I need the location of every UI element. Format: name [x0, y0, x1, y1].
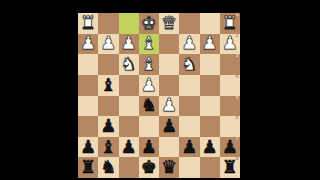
square-f7[interactable]: ♟ — [119, 137, 139, 158]
square-d3[interactable] — [159, 54, 179, 75]
black-pawn[interactable]: ♟ — [181, 138, 197, 156]
square-h3[interactable] — [78, 54, 98, 75]
white-knight[interactable]: ♞ — [181, 55, 197, 73]
square-f1[interactable] — [119, 13, 139, 34]
square-g4[interactable]: ♝ — [98, 75, 118, 96]
rank-label-3: 3 — [236, 54, 239, 58]
white-pawn[interactable]: ♟ — [181, 34, 197, 52]
square-f5[interactable] — [119, 96, 139, 117]
white-pawn[interactable]: ♟ — [161, 96, 177, 114]
white-pawn[interactable]: ♟ — [141, 76, 157, 94]
square-c4[interactable] — [179, 75, 199, 96]
square-c8[interactable] — [179, 157, 199, 178]
square-g7[interactable]: ♝ — [98, 137, 118, 158]
black-king[interactable]: ♚ — [141, 158, 157, 176]
rank-label-8: 8 — [236, 157, 239, 161]
square-c1[interactable] — [179, 13, 199, 34]
square-c2[interactable]: ♟ — [179, 34, 199, 55]
black-queen[interactable]: ♛ — [161, 158, 177, 176]
square-a8[interactable]: ♜8 — [220, 157, 240, 178]
black-pawn[interactable]: ♟ — [100, 117, 116, 135]
chess-board: ♜♚♛♜1♟♟♟♝♟♟♟2♞♝♞3♝♟4♞♟5♟♟6♟♝♟♟♟♟♟7♜♞♚♛♜8 — [78, 13, 240, 178]
black-pawn[interactable]: ♟ — [161, 117, 177, 135]
square-a1[interactable]: ♜1 — [220, 13, 240, 34]
square-d8[interactable]: ♛ — [159, 157, 179, 178]
square-f6[interactable] — [119, 116, 139, 137]
square-h8[interactable]: ♜ — [78, 157, 98, 178]
square-h2[interactable]: ♟ — [78, 34, 98, 55]
black-knight[interactable]: ♞ — [100, 158, 116, 176]
white-bishop[interactable]: ♝ — [141, 34, 157, 52]
square-e6[interactable] — [139, 116, 159, 137]
square-b6[interactable] — [200, 116, 220, 137]
square-a6[interactable]: 6 — [220, 116, 240, 137]
square-e4[interactable]: ♟ — [139, 75, 159, 96]
square-b5[interactable] — [200, 96, 220, 117]
square-d7[interactable] — [159, 137, 179, 158]
video-frame: ♜♚♛♜1♟♟♟♝♟♟♟2♞♝♞3♝♟4♞♟5♟♟6♟♝♟♟♟♟♟7♜♞♚♛♜8 — [0, 0, 320, 180]
square-h1[interactable]: ♜ — [78, 13, 98, 34]
square-d6[interactable]: ♟ — [159, 116, 179, 137]
white-pawn[interactable]: ♟ — [100, 34, 116, 52]
square-g8[interactable]: ♞ — [98, 157, 118, 178]
white-knight[interactable]: ♞ — [121, 55, 137, 73]
white-pawn[interactable]: ♟ — [80, 34, 96, 52]
white-bishop[interactable]: ♝ — [141, 55, 157, 73]
square-f8[interactable] — [119, 157, 139, 178]
square-b2[interactable]: ♟ — [200, 34, 220, 55]
rank-label-7: 7 — [236, 137, 239, 141]
rank-label-4: 4 — [236, 75, 239, 79]
black-bishop[interactable]: ♝ — [100, 138, 116, 156]
rank-label-5: 5 — [236, 96, 239, 100]
square-a7[interactable]: ♟7 — [220, 137, 240, 158]
square-h4[interactable] — [78, 75, 98, 96]
square-g1[interactable] — [98, 13, 118, 34]
square-e5[interactable]: ♞ — [139, 96, 159, 117]
square-c6[interactable] — [179, 116, 199, 137]
square-g5[interactable] — [98, 96, 118, 117]
black-pawn[interactable]: ♟ — [202, 138, 218, 156]
square-b8[interactable] — [200, 157, 220, 178]
square-h5[interactable] — [78, 96, 98, 117]
square-a5[interactable]: 5 — [220, 96, 240, 117]
square-g6[interactable]: ♟ — [98, 116, 118, 137]
rank-label-2: 2 — [236, 34, 239, 38]
white-rook[interactable]: ♜ — [80, 14, 96, 32]
black-pawn[interactable]: ♟ — [141, 138, 157, 156]
square-h7[interactable]: ♟ — [78, 137, 98, 158]
square-a2[interactable]: ♟2 — [220, 34, 240, 55]
square-f3[interactable]: ♞ — [119, 54, 139, 75]
square-f2[interactable]: ♟ — [119, 34, 139, 55]
white-pawn[interactable]: ♟ — [121, 34, 137, 52]
square-f4[interactable] — [119, 75, 139, 96]
square-g3[interactable] — [98, 54, 118, 75]
square-c3[interactable]: ♞ — [179, 54, 199, 75]
white-king[interactable]: ♚ — [141, 14, 157, 32]
square-a3[interactable]: 3 — [220, 54, 240, 75]
square-d1[interactable]: ♛ — [159, 13, 179, 34]
square-e3[interactable]: ♝ — [139, 54, 159, 75]
black-pawn[interactable]: ♟ — [121, 138, 137, 156]
square-c7[interactable]: ♟ — [179, 137, 199, 158]
black-bishop[interactable]: ♝ — [100, 76, 116, 94]
square-b1[interactable] — [200, 13, 220, 34]
square-b4[interactable] — [200, 75, 220, 96]
square-b3[interactable] — [200, 54, 220, 75]
square-e2[interactable]: ♝ — [139, 34, 159, 55]
black-rook[interactable]: ♜ — [80, 158, 96, 176]
square-d2[interactable] — [159, 34, 179, 55]
rank-label-1: 1 — [236, 13, 239, 17]
black-pawn[interactable]: ♟ — [80, 138, 96, 156]
square-h6[interactable] — [78, 116, 98, 137]
square-d5[interactable]: ♟ — [159, 96, 179, 117]
square-e1[interactable]: ♚ — [139, 13, 159, 34]
rank-label-6: 6 — [236, 116, 239, 120]
square-a4[interactable]: 4 — [220, 75, 240, 96]
black-knight[interactable]: ♞ — [141, 96, 157, 114]
square-b7[interactable]: ♟ — [200, 137, 220, 158]
square-e7[interactable]: ♟ — [139, 137, 159, 158]
square-c5[interactable] — [179, 96, 199, 117]
square-e8[interactable]: ♚ — [139, 157, 159, 178]
white-queen[interactable]: ♛ — [161, 14, 177, 32]
white-pawn[interactable]: ♟ — [202, 34, 218, 52]
square-d4[interactable] — [159, 75, 179, 96]
square-g2[interactable]: ♟ — [98, 34, 118, 55]
